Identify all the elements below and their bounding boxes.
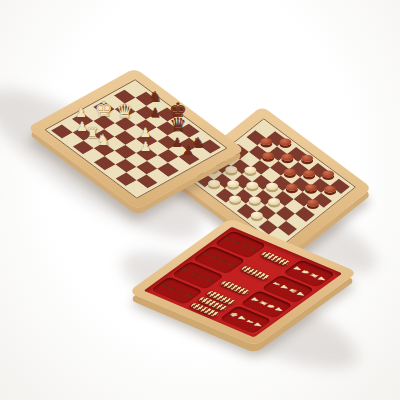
- red-checker[interactable]: [324, 186, 336, 193]
- white-queen[interactable]: ♛: [116, 103, 133, 122]
- red-checker[interactable]: [262, 153, 274, 160]
- red-checker[interactable]: [280, 139, 292, 146]
- light-piece-in-box[interactable]: ♟: [294, 291, 307, 298]
- cream-checker[interactable]: [266, 183, 278, 190]
- red-checker[interactable]: [322, 171, 334, 178]
- light-piece-in-box[interactable]: ♟: [315, 275, 328, 282]
- red-checker[interactable]: [307, 200, 319, 207]
- red-checker[interactable]: [301, 155, 313, 162]
- red-checker[interactable]: [284, 169, 296, 176]
- cream-checker[interactable]: [208, 180, 220, 187]
- white-king[interactable]: ♚: [95, 99, 113, 119]
- cream-checker[interactable]: [247, 182, 259, 189]
- black-pawn[interactable]: ♟: [150, 106, 162, 119]
- white-pawn[interactable]: ♟: [75, 106, 87, 119]
- black-knight[interactable]: ♞: [192, 136, 205, 151]
- red-checker[interactable]: [282, 154, 294, 161]
- cream-checker[interactable]: [229, 196, 241, 203]
- black-pawn[interactable]: ♟: [182, 144, 194, 157]
- checker-stack[interactable]: [220, 280, 251, 295]
- cream-checker[interactable]: [249, 197, 261, 204]
- white-pawn[interactable]: ♟: [139, 140, 151, 153]
- red-checker[interactable]: [286, 184, 298, 191]
- cream-checker[interactable]: [250, 212, 262, 219]
- red-checker[interactable]: [305, 185, 317, 192]
- black-queen[interactable]: ♛: [169, 115, 186, 134]
- black-knight[interactable]: ♞: [149, 90, 162, 105]
- light-piece-in-box[interactable]: ♟: [273, 306, 286, 313]
- light-piece-in-box[interactable]: ♟: [252, 321, 265, 328]
- cream-checker[interactable]: [245, 167, 257, 174]
- checker-stack[interactable]: [260, 251, 291, 266]
- white-pawn[interactable]: ♟: [139, 126, 151, 139]
- checker-stack[interactable]: [240, 266, 271, 281]
- cream-checker[interactable]: [227, 181, 239, 188]
- red-checker[interactable]: [303, 170, 315, 177]
- cream-checker[interactable]: [268, 198, 280, 205]
- product-photo-scene: ♞♚♟♛♞♟♟♛♟♚♟♟♟♜♞ ♟♞♜♟♝♟♛♟♟♜♞♟♚♟♝♟ ♟♞♜♟♝♟♛…: [0, 0, 400, 400]
- white-knight[interactable]: ♞: [96, 133, 109, 148]
- cream-checker[interactable]: [225, 166, 237, 173]
- red-checker[interactable]: [260, 138, 272, 145]
